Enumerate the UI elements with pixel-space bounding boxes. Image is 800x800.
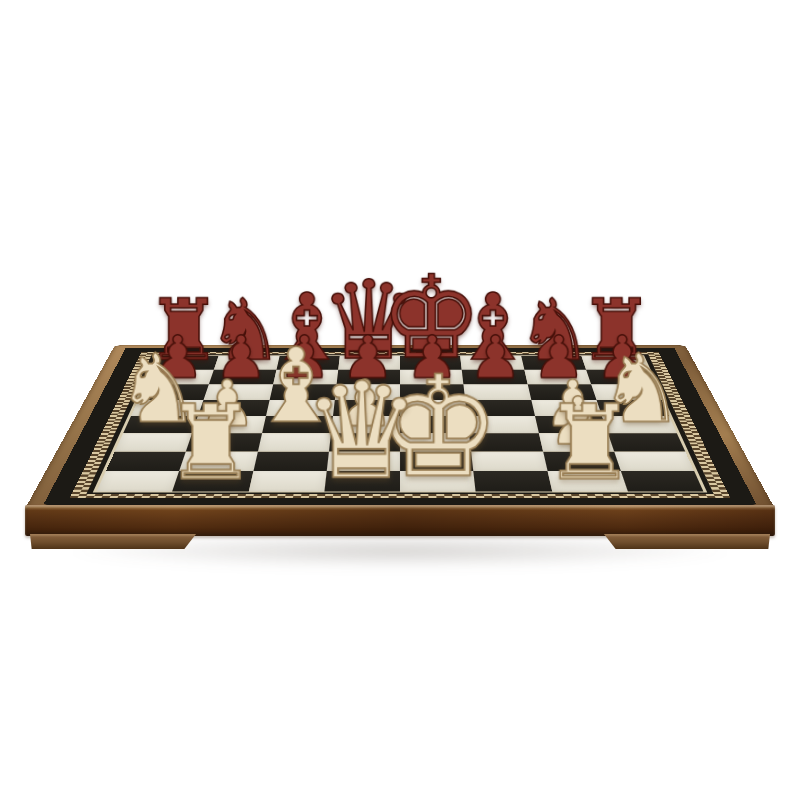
board-wooden-rim: ♜♞♝♛♚♝♞♜♟♟♟♟♟♟♟♟♞♟♝♟♟♞♟♜♛♚♜	[25, 345, 776, 509]
piece-white-queen[interactable]: ♛	[302, 371, 421, 491]
piece-white-rook[interactable]: ♜	[543, 398, 636, 491]
chess-board-grid: ♜♞♝♛♚♝♞♜♟♟♟♟♟♟♟♟♞♟♝♟♟♞♟♜♛♚♜	[97, 356, 704, 492]
product-photo: ♜♞♝♛♚♝♞♜♟♟♟♟♟♟♟♟♞♟♝♟♟♞♟♜♛♚♜	[0, 0, 800, 800]
board-inner-black-border: ♜♞♝♛♚♝♞♜♟♟♟♟♟♟♟♟♞♟♝♟♟♞♟♜♛♚♜	[86, 354, 713, 494]
board-front-molding	[25, 505, 775, 536]
piece-white-rook[interactable]: ♜	[164, 398, 257, 491]
square-g1[interactable]: ♜	[547, 471, 628, 492]
chess-board-3d: ♜♞♝♛♚♝♞♜♟♟♟♟♟♟♟♟♞♟♝♟♟♞♟♜♛♚♜	[25, 345, 776, 509]
square-d1[interactable]: ♛	[324, 471, 400, 492]
square-b1[interactable]: ♜	[172, 471, 253, 492]
board-right-foot	[604, 534, 770, 549]
scene: ♜♞♝♛♚♝♞♜♟♟♟♟♟♟♟♟♞♟♝♟♟♞♟♜♛♚♜	[0, 0, 800, 800]
board-inlay-border: ♜♞♝♛♚♝♞♜♟♟♟♟♟♟♟♟♞♟♝♟♟♞♟♜♛♚♜	[70, 352, 731, 498]
board-left-foot	[30, 534, 196, 549]
board-black-border: ♜♞♝♛♚♝♞♜♟♟♟♟♟♟♟♟♞♟♝♟♟♞♟♜♛♚♜	[43, 348, 756, 505]
board-cream-pinstripe: ♜♞♝♛♚♝♞♜♟♟♟♟♟♟♟♟♞♟♝♟♟♞♟♜♛♚♜	[93, 355, 708, 492]
